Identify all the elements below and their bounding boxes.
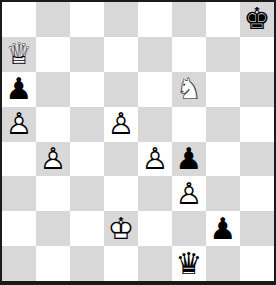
- square-h5[interactable]: [240, 107, 274, 142]
- square-h3[interactable]: [240, 176, 274, 211]
- square-d8[interactable]: [104, 2, 138, 37]
- square-d5[interactable]: ♟♙: [104, 107, 138, 142]
- chess-board: ♚♛♕♟♞♘♟♙♟♙♟♙♟♙♟♟♙♚♔♟♛: [0, 0, 276, 285]
- square-d1[interactable]: [104, 246, 138, 281]
- square-g3[interactable]: [206, 176, 240, 211]
- white-pawn[interactable]: ♟♙: [2, 107, 36, 141]
- square-c7[interactable]: [70, 37, 104, 72]
- square-f1[interactable]: ♛: [172, 246, 206, 281]
- chess-diagram: ♚♛♕♟♞♘♟♙♟♙♟♙♟♙♟♟♙♚♔♟♛: [0, 0, 276, 285]
- piece-fill-layer: ♛: [172, 247, 206, 281]
- square-a6[interactable]: ♟: [2, 72, 36, 107]
- square-e7[interactable]: [138, 37, 172, 72]
- piece-outline-layer: ♙: [172, 177, 206, 211]
- square-g2[interactable]: ♟: [206, 211, 240, 246]
- square-e8[interactable]: [138, 2, 172, 37]
- square-g8[interactable]: [206, 2, 240, 37]
- square-f3[interactable]: ♟♙: [172, 176, 206, 211]
- square-g6[interactable]: [206, 72, 240, 107]
- square-c6[interactable]: [70, 72, 104, 107]
- square-b7[interactable]: [36, 37, 70, 72]
- square-h7[interactable]: [240, 37, 274, 72]
- piece-fill-layer: ♟: [2, 72, 36, 106]
- square-b6[interactable]: [36, 72, 70, 107]
- piece-outline-layer: ♙: [2, 107, 36, 141]
- square-h2[interactable]: [240, 211, 274, 246]
- black-pawn[interactable]: ♟: [172, 142, 206, 176]
- square-f4[interactable]: ♟: [172, 142, 206, 177]
- white-pawn[interactable]: ♟♙: [104, 107, 138, 141]
- square-g4[interactable]: [206, 142, 240, 177]
- black-queen[interactable]: ♛: [172, 247, 206, 281]
- square-c1[interactable]: [70, 246, 104, 281]
- square-f8[interactable]: [172, 2, 206, 37]
- square-a2[interactable]: [2, 211, 36, 246]
- square-d3[interactable]: [104, 176, 138, 211]
- square-d7[interactable]: [104, 37, 138, 72]
- square-a8[interactable]: [2, 2, 36, 37]
- square-a4[interactable]: [2, 142, 36, 177]
- square-e4[interactable]: ♟♙: [138, 142, 172, 177]
- square-a1[interactable]: [2, 246, 36, 281]
- piece-outline-layer: ♙: [36, 142, 70, 176]
- white-pawn[interactable]: ♟♙: [36, 142, 70, 176]
- square-b3[interactable]: [36, 176, 70, 211]
- black-pawn[interactable]: ♟: [2, 72, 36, 106]
- black-pawn[interactable]: ♟: [206, 212, 240, 246]
- square-f2[interactable]: [172, 211, 206, 246]
- piece-outline-layer: ♔: [104, 212, 138, 246]
- square-a3[interactable]: [2, 176, 36, 211]
- square-e3[interactable]: [138, 176, 172, 211]
- square-c4[interactable]: [70, 142, 104, 177]
- square-h8[interactable]: ♚: [240, 2, 274, 37]
- piece-fill-layer: ♟: [172, 142, 206, 176]
- square-e2[interactable]: [138, 211, 172, 246]
- square-b2[interactable]: [36, 211, 70, 246]
- square-d4[interactable]: [104, 142, 138, 177]
- square-f6[interactable]: ♞♘: [172, 72, 206, 107]
- square-e1[interactable]: [138, 246, 172, 281]
- piece-outline-layer: ♕: [2, 37, 36, 71]
- square-b8[interactable]: [36, 2, 70, 37]
- square-g7[interactable]: [206, 37, 240, 72]
- piece-outline-layer: ♙: [138, 142, 172, 176]
- square-b5[interactable]: [36, 107, 70, 142]
- square-f5[interactable]: [172, 107, 206, 142]
- square-d2[interactable]: ♚♔: [104, 211, 138, 246]
- square-b4[interactable]: ♟♙: [36, 142, 70, 177]
- square-e5[interactable]: [138, 107, 172, 142]
- piece-outline-layer: ♙: [104, 107, 138, 141]
- square-g1[interactable]: [206, 246, 240, 281]
- white-pawn[interactable]: ♟♙: [138, 142, 172, 176]
- piece-outline-layer: ♘: [172, 72, 206, 106]
- white-king[interactable]: ♚♔: [104, 212, 138, 246]
- white-pawn[interactable]: ♟♙: [172, 177, 206, 211]
- square-c2[interactable]: [70, 211, 104, 246]
- white-queen[interactable]: ♛♕: [2, 37, 36, 71]
- square-c3[interactable]: [70, 176, 104, 211]
- square-c8[interactable]: [70, 2, 104, 37]
- square-g5[interactable]: [206, 107, 240, 142]
- square-h4[interactable]: [240, 142, 274, 177]
- piece-fill-layer: ♟: [206, 212, 240, 246]
- black-king[interactable]: ♚: [240, 2, 274, 36]
- square-h6[interactable]: [240, 72, 274, 107]
- square-e6[interactable]: [138, 72, 172, 107]
- square-c5[interactable]: [70, 107, 104, 142]
- white-knight[interactable]: ♞♘: [172, 72, 206, 106]
- square-f7[interactable]: [172, 37, 206, 72]
- square-a7[interactable]: ♛♕: [2, 37, 36, 72]
- piece-fill-layer: ♚: [240, 2, 274, 36]
- square-a5[interactable]: ♟♙: [2, 107, 36, 142]
- square-h1[interactable]: [240, 246, 274, 281]
- square-b1[interactable]: [36, 246, 70, 281]
- square-d6[interactable]: [104, 72, 138, 107]
